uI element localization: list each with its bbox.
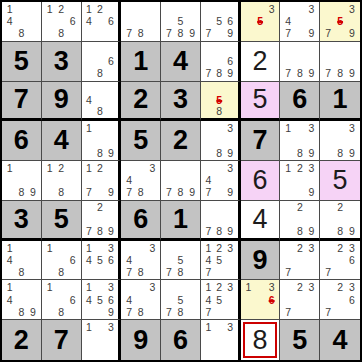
candidate-1: 1: [4, 162, 16, 174]
cell-r1c9[interactable]: 3579: [320, 2, 360, 42]
candidate-8: 8: [294, 147, 306, 159]
cell-r7c6[interactable]: 123457: [201, 241, 241, 281]
cell-r3c8[interactable]: 6: [280, 82, 320, 122]
candidate-6: 6: [225, 55, 236, 67]
candidate-4: 4: [203, 174, 214, 186]
candidate-7: 7: [123, 28, 135, 40]
pencil-marks: 168: [42, 280, 81, 319]
placed-digit: 8: [253, 327, 268, 354]
pencil-marks: 789: [161, 161, 200, 200]
candidate-6: 6: [105, 254, 116, 266]
candidate-6: 6: [105, 15, 116, 27]
candidate-7: 7: [123, 306, 135, 318]
pencil-marks: 1489: [2, 280, 41, 319]
candidate-4: 4: [84, 94, 95, 106]
cell-r8c7[interactable]: 136: [241, 280, 281, 320]
candidate-1: 1: [243, 281, 255, 293]
pencil-marks: 389: [320, 121, 360, 160]
cell-r7c9[interactable]: 2367: [320, 241, 360, 281]
candidate-5: 5: [214, 254, 225, 266]
sudoku-board: 1481268124678578956793534793579536814678…: [0, 0, 362, 362]
candidate-9: 9: [306, 28, 318, 40]
candidate-3: 3: [105, 321, 116, 334]
candidate-6: 6: [67, 15, 79, 27]
cell-r4c6[interactable]: 389: [201, 121, 241, 161]
candidate-8: 8: [16, 28, 28, 40]
cell-r8c3[interactable]: 134569: [82, 280, 122, 320]
candidate-4: 4: [84, 294, 95, 306]
candidate-8: 8: [55, 306, 67, 318]
candidate-4: 4: [4, 15, 16, 27]
pencil-marks: 237: [280, 280, 319, 319]
candidate-8: 8: [214, 225, 225, 237]
cell-r8c2[interactable]: 168: [42, 280, 82, 320]
candidate-7: 7: [163, 306, 175, 318]
candidate-1: 1: [282, 122, 294, 134]
candidate-2: 2: [94, 202, 105, 214]
candidate-7: 7: [123, 187, 135, 199]
candidate-1: 1: [282, 162, 294, 174]
cell-r5c7[interactable]: 6: [241, 161, 281, 201]
candidate-1: 1: [203, 242, 214, 254]
cell-r1c4[interactable]: 78: [121, 2, 161, 42]
candidate-3: 3: [105, 281, 116, 293]
candidate-3: 3: [105, 242, 116, 254]
cell-r5c2[interactable]: 128: [42, 161, 82, 201]
candidate-8: 8: [94, 147, 105, 159]
pencil-marks: 5679: [201, 2, 238, 41]
candidate-3: 3: [266, 281, 278, 293]
cell-r4c8[interactable]: 1389: [280, 121, 320, 161]
pencil-marks: 168: [42, 241, 81, 280]
given-digit: 2: [133, 86, 148, 113]
cell-r2c6[interactable]: 6789: [201, 42, 241, 82]
candidate-5: 5: [214, 15, 225, 27]
cell-r1c3[interactable]: 1246: [82, 2, 122, 42]
candidate-1: 1: [84, 242, 95, 254]
candidate-4: 4: [123, 294, 135, 306]
cell-r3c1[interactable]: 7: [2, 82, 42, 122]
pencil-marks: 2367: [320, 241, 360, 280]
cell-r6c5[interactable]: 1: [161, 201, 201, 241]
given-digit: 1: [133, 48, 148, 75]
candidate-9: 9: [186, 187, 198, 199]
candidate-5: 5: [94, 254, 105, 266]
candidate-8: 8: [214, 67, 225, 79]
candidate-1: 1: [84, 3, 95, 15]
cell-r6c4[interactable]: 6: [121, 201, 161, 241]
candidate-8: 8: [175, 187, 187, 199]
pencil-marks: 578: [161, 241, 200, 280]
candidate-9: 9: [225, 28, 236, 40]
given-digit: 7: [54, 327, 69, 354]
cell-r3c9[interactable]: 1: [320, 82, 360, 122]
cell-r8c8[interactable]: 237: [280, 280, 320, 320]
cell-r7c5[interactable]: 578: [161, 241, 201, 281]
candidate-1: 1: [84, 281, 95, 293]
candidate-7: 7: [203, 28, 214, 40]
candidate-2: 2: [294, 281, 306, 293]
pencil-marks: 2367: [320, 280, 360, 319]
candidate-9: 9: [105, 147, 116, 159]
candidate-7: 7: [322, 306, 334, 318]
candidate-8: 8: [294, 67, 306, 79]
cell-r8c5[interactable]: 578: [161, 280, 201, 320]
candidate-9: 9: [306, 147, 318, 159]
pencil-marks: 1268: [42, 2, 81, 41]
cell-r7c3[interactable]: 13456: [82, 241, 122, 281]
cell-r4c2[interactable]: 4: [42, 121, 82, 161]
pencil-marks: 13456: [82, 241, 119, 280]
cell-r1c5[interactable]: 5789: [161, 2, 201, 42]
candidate-2: 2: [334, 242, 346, 254]
candidate-1: 1: [84, 321, 95, 334]
candidate-1: 1: [44, 281, 56, 293]
given-digit: 4: [54, 127, 69, 154]
candidate-9: 9: [306, 187, 318, 199]
pencil-marks: 3478: [121, 241, 160, 280]
cell-r1c1[interactable]: 148: [2, 2, 42, 42]
candidate-6: 6: [225, 15, 236, 27]
placed-digit: 5: [333, 167, 348, 194]
candidate-4: 4: [4, 294, 16, 306]
candidate-5: 5: [175, 294, 187, 306]
candidate-7: 7: [282, 28, 294, 40]
cell-r1c2[interactable]: 1268: [42, 2, 82, 42]
pencil-marks: 578: [161, 280, 200, 319]
candidate-8: 8: [135, 306, 147, 318]
pencil-marks: 789: [320, 42, 360, 81]
given-digit: 3: [173, 86, 188, 113]
candidate-8: 8: [135, 28, 147, 40]
candidate-3: 3: [225, 122, 236, 134]
candidate-9: 9: [225, 147, 236, 159]
pencil-marks: 3479: [280, 2, 319, 41]
candidate-7: 7: [282, 266, 294, 278]
eliminated-candidate-6: 6: [266, 294, 278, 306]
candidate-1: 1: [84, 122, 95, 134]
cell-r4c5[interactable]: 2: [161, 121, 201, 161]
cell-r3c3[interactable]: 48: [82, 82, 122, 122]
candidate-8: 8: [294, 225, 306, 237]
candidate-3: 3: [306, 281, 318, 293]
given-digit: 5: [54, 206, 69, 233]
pencil-marks: 189: [2, 161, 41, 200]
given-digit: 6: [14, 127, 29, 154]
candidate-6: 6: [105, 55, 116, 67]
cell-r6c8[interactable]: 289: [280, 201, 320, 241]
candidate-9: 9: [225, 225, 236, 237]
given-digit: 7: [14, 86, 29, 113]
cell-r6c3[interactable]: 2789: [82, 201, 122, 241]
candidate-7: 7: [282, 306, 294, 318]
pencil-marks: 389: [201, 121, 238, 160]
candidate-3: 3: [306, 242, 318, 254]
given-digit: 5: [14, 48, 29, 75]
cell-r9c8[interactable]: 5: [280, 320, 320, 360]
cell-r5c3[interactable]: 1279: [82, 161, 122, 201]
placed-digit: 2: [253, 48, 268, 75]
cell-r6c7[interactable]: 4: [241, 201, 281, 241]
pencil-marks: 3478: [121, 161, 160, 200]
cell-r9c1[interactable]: 2: [2, 320, 42, 360]
candidate-3: 3: [306, 3, 318, 15]
given-digit: 2: [173, 127, 188, 154]
placed-digit: 5: [253, 86, 268, 113]
candidate-4: 4: [84, 15, 95, 27]
cell-r7c2[interactable]: 168: [42, 241, 82, 281]
candidate-1: 1: [4, 3, 16, 15]
pencil-marks: 3579: [320, 2, 360, 41]
pencil-marks: 13: [201, 320, 238, 360]
candidate-3: 3: [346, 281, 358, 293]
candidate-8: 8: [334, 147, 346, 159]
cell-r2c1[interactable]: 5: [2, 42, 42, 82]
given-digit: 7: [253, 127, 268, 154]
candidate-8: 8: [334, 67, 346, 79]
candidate-8: 8: [55, 28, 67, 40]
cell-r6c1[interactable]: 3: [2, 201, 42, 241]
candidate-8: 8: [214, 106, 225, 118]
candidate-4: 4: [203, 294, 214, 306]
pencil-marks: 289: [320, 201, 360, 238]
candidate-3: 3: [225, 242, 236, 254]
cell-r3c6[interactable]: 58: [201, 82, 241, 122]
candidate-6: 6: [346, 294, 358, 306]
candidate-2: 2: [294, 162, 306, 174]
candidate-7: 7: [322, 266, 334, 278]
given-digit: 5: [292, 327, 307, 354]
cell-r8c6[interactable]: 123457: [201, 280, 241, 320]
candidate-8: 8: [334, 225, 346, 237]
cell-r5c5[interactable]: 789: [161, 161, 201, 201]
cell-r1c6[interactable]: 5679: [201, 2, 241, 42]
candidate-7: 7: [84, 187, 95, 199]
cell-r5c9[interactable]: 5: [320, 161, 360, 201]
pencil-marks: 148: [2, 241, 41, 280]
cell-r2c3[interactable]: 68: [82, 42, 122, 82]
candidate-1: 1: [203, 281, 214, 293]
pencil-marks: 789: [280, 42, 319, 81]
candidate-2: 2: [55, 3, 67, 15]
candidate-3: 3: [225, 281, 236, 293]
cell-r7c8[interactable]: 237: [280, 241, 320, 281]
candidate-9: 9: [346, 147, 358, 159]
cell-r9c7[interactable]: 8: [241, 320, 281, 360]
cell-r6c6[interactable]: 789: [201, 201, 241, 241]
cell-r2c7[interactable]: 2: [241, 42, 281, 82]
candidate-2: 2: [94, 162, 105, 174]
candidate-7: 7: [203, 225, 214, 237]
candidate-9: 9: [346, 67, 358, 79]
given-digit: 9: [54, 86, 69, 113]
pencil-marks: 5789: [161, 2, 200, 41]
candidate-9: 9: [225, 67, 236, 79]
cell-r5c4[interactable]: 3478: [121, 161, 161, 201]
candidate-9: 9: [346, 225, 358, 237]
candidate-3: 3: [346, 3, 358, 15]
candidate-9: 9: [27, 306, 39, 318]
candidate-8: 8: [135, 187, 147, 199]
candidate-6: 6: [105, 294, 116, 306]
cell-r5c8[interactable]: 1239: [280, 161, 320, 201]
candidate-9: 9: [346, 28, 358, 40]
pencil-marks: 237: [280, 241, 319, 280]
candidate-1: 1: [4, 242, 16, 254]
pencil-marks: 6789: [201, 42, 238, 81]
pencil-marks: 1246: [82, 2, 119, 41]
cell-r5c6[interactable]: 3479: [201, 161, 241, 201]
cell-r9c2[interactable]: 7: [42, 320, 82, 360]
given-digit: 4: [333, 327, 348, 354]
cell-r8c4[interactable]: 3478: [121, 280, 161, 320]
candidate-9: 9: [105, 187, 116, 199]
pencil-marks: 68: [82, 42, 119, 81]
pencil-marks: 13: [82, 320, 119, 360]
cell-r5c1[interactable]: 189: [2, 161, 42, 201]
given-digit: 3: [54, 48, 69, 75]
cell-r4c9[interactable]: 389: [320, 121, 360, 161]
candidate-2: 2: [334, 281, 346, 293]
cell-r6c9[interactable]: 289: [320, 201, 360, 241]
cell-r2c8[interactable]: 789: [280, 42, 320, 82]
candidate-7: 7: [203, 266, 214, 278]
pencil-marks: 3478: [121, 280, 160, 319]
candidate-9: 9: [306, 67, 318, 79]
cell-r2c4[interactable]: 1: [121, 42, 161, 82]
cell-r9c4[interactable]: 9: [121, 320, 161, 360]
eliminated-candidate-5: 5: [214, 94, 225, 106]
cell-r7c4[interactable]: 3478: [121, 241, 161, 281]
candidate-7: 7: [163, 28, 175, 40]
given-digit: 6: [133, 206, 148, 233]
cell-r2c2[interactable]: 3: [42, 42, 82, 82]
cell-r2c9[interactable]: 789: [320, 42, 360, 82]
pencil-marks: 48: [82, 82, 119, 119]
candidate-4: 4: [203, 254, 214, 266]
candidate-3: 3: [225, 162, 236, 174]
candidate-3: 3: [147, 281, 159, 293]
candidate-7: 7: [84, 225, 95, 237]
candidate-3: 3: [346, 242, 358, 254]
cell-r3c2[interactable]: 9: [42, 82, 82, 122]
candidate-7: 7: [203, 67, 214, 79]
cell-r7c7[interactable]: 9: [241, 241, 281, 281]
candidate-5: 5: [175, 15, 187, 27]
candidate-7: 7: [163, 187, 175, 199]
given-digit: 6: [173, 327, 188, 354]
candidate-8: 8: [16, 266, 28, 278]
cell-r4c4[interactable]: 5: [121, 121, 161, 161]
cell-r9c6[interactable]: 13: [201, 320, 241, 360]
pencil-marks: 128: [42, 161, 81, 200]
candidate-1: 1: [84, 162, 95, 174]
pencil-marks: 134569: [82, 280, 119, 319]
pencil-marks: 136: [241, 280, 280, 319]
candidate-8: 8: [214, 147, 225, 159]
candidate-9: 9: [225, 187, 236, 199]
given-digit: 9: [253, 247, 268, 274]
candidate-3: 3: [147, 242, 159, 254]
candidate-3: 3: [147, 162, 159, 174]
candidate-6: 6: [67, 254, 79, 266]
pencil-marks: 1239: [280, 161, 319, 200]
candidate-2: 2: [55, 162, 67, 174]
cell-r3c4[interactable]: 2: [121, 82, 161, 122]
candidate-4: 4: [4, 254, 16, 266]
given-digit: 4: [173, 48, 188, 75]
candidate-7: 7: [163, 266, 175, 278]
candidate-5: 5: [214, 294, 225, 306]
candidate-8: 8: [94, 225, 105, 237]
cell-r4c7[interactable]: 7: [241, 121, 281, 161]
pencil-marks: 58: [201, 82, 238, 119]
candidate-7: 7: [322, 28, 334, 40]
candidate-3: 3: [266, 3, 278, 15]
candidate-2: 2: [94, 3, 105, 15]
pencil-marks: 1389: [280, 121, 319, 160]
candidate-6: 6: [67, 294, 79, 306]
candidate-3: 3: [225, 321, 236, 334]
cell-r9c5[interactable]: 6: [161, 320, 201, 360]
cell-r3c5[interactable]: 3: [161, 82, 201, 122]
pencil-marks: 1279: [82, 161, 119, 200]
candidate-1: 1: [44, 3, 56, 15]
cell-r1c7[interactable]: 35: [241, 2, 281, 42]
candidate-1: 1: [44, 162, 56, 174]
cell-r3c7[interactable]: 5: [241, 82, 281, 122]
placed-digit: 4: [253, 206, 268, 233]
candidate-2: 2: [294, 202, 306, 214]
cell-r8c9[interactable]: 2367: [320, 280, 360, 320]
candidate-9: 9: [105, 306, 116, 318]
candidate-9: 9: [105, 225, 116, 237]
candidate-9: 9: [27, 187, 39, 199]
candidate-6: 6: [346, 254, 358, 266]
candidate-7: 7: [322, 67, 334, 79]
candidate-2: 2: [334, 202, 346, 214]
candidate-8: 8: [94, 106, 105, 118]
given-digit: 1: [333, 86, 348, 113]
cell-r9c9[interactable]: 4: [320, 320, 360, 360]
candidate-2: 2: [214, 242, 225, 254]
cell-r4c1[interactable]: 6: [2, 121, 42, 161]
candidate-2: 2: [294, 242, 306, 254]
cell-r6c2[interactable]: 5: [42, 201, 82, 241]
candidate-8: 8: [175, 28, 187, 40]
candidate-7: 7: [203, 306, 214, 318]
candidate-8: 8: [55, 266, 67, 278]
pencil-marks: 123457: [201, 280, 238, 319]
cell-r2c5[interactable]: 4: [161, 42, 201, 82]
candidate-8: 8: [135, 266, 147, 278]
candidate-3: 3: [306, 162, 318, 174]
cell-r9c3[interactable]: 13: [82, 320, 122, 360]
candidate-7: 7: [123, 266, 135, 278]
candidate-1: 1: [203, 321, 214, 334]
cell-r8c1[interactable]: 1489: [2, 280, 42, 320]
candidate-5: 5: [94, 294, 105, 306]
cell-r1c8[interactable]: 3479: [280, 2, 320, 42]
candidate-1: 1: [4, 281, 16, 293]
cell-r4c3[interactable]: 189: [82, 121, 122, 161]
pencil-marks: 289: [280, 201, 319, 238]
eliminated-candidate-5: 5: [334, 15, 346, 27]
pencil-marks: 789: [201, 201, 238, 238]
candidate-1: 1: [44, 242, 56, 254]
candidate-8: 8: [175, 306, 187, 318]
cell-r7c1[interactable]: 148: [2, 241, 42, 281]
